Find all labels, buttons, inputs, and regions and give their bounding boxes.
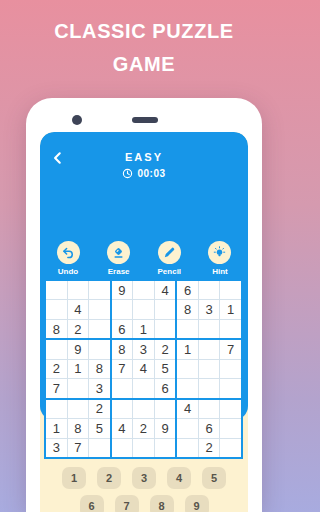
cell-r9c9[interactable]	[220, 439, 241, 457]
cell-r5c5[interactable]: 4	[133, 360, 154, 378]
cell-r8c9[interactable]	[220, 419, 241, 437]
block-2: 9461	[112, 281, 176, 338]
block-4: 921873	[46, 340, 110, 397]
undo-button[interactable]: Undo	[46, 241, 90, 276]
cell-r7c1[interactable]	[46, 400, 67, 418]
cell-r3c9[interactable]	[220, 320, 241, 338]
cell-r6c6[interactable]: 6	[155, 379, 176, 397]
speaker-bar	[132, 117, 158, 123]
cell-r5c6[interactable]: 5	[155, 360, 176, 378]
block-9: 462	[177, 400, 241, 457]
hint-button[interactable]: Hint	[198, 241, 242, 276]
cell-r2c4[interactable]	[112, 300, 133, 318]
cell-r4c1[interactable]	[46, 340, 67, 358]
cell-r4c2[interactable]: 9	[68, 340, 89, 358]
camera-icon	[72, 115, 82, 125]
numpad-button-1[interactable]: 1	[62, 467, 86, 489]
timer: 00:03	[40, 168, 248, 179]
cell-r8c7[interactable]	[177, 419, 198, 437]
cell-r2c9[interactable]: 1	[220, 300, 241, 318]
cell-r7c4[interactable]	[112, 400, 133, 418]
cell-r9c6[interactable]	[155, 439, 176, 457]
block-6: 17	[177, 340, 241, 397]
cell-r5c1[interactable]: 2	[46, 360, 67, 378]
erase-label: Erase	[108, 267, 130, 276]
cell-r9c2[interactable]: 7	[68, 439, 89, 457]
block-8: 429	[112, 400, 176, 457]
pencil-icon	[158, 241, 181, 264]
cell-r6c5[interactable]	[133, 379, 154, 397]
cell-r8c1[interactable]: 1	[46, 419, 67, 437]
cell-r3c3[interactable]	[89, 320, 110, 338]
cell-r4c9[interactable]: 7	[220, 340, 241, 358]
cell-r4c8[interactable]	[199, 340, 220, 358]
numpad-button-7[interactable]: 7	[115, 495, 139, 512]
cell-r1c3[interactable]	[89, 281, 110, 299]
cell-r9c7[interactable]	[177, 439, 198, 457]
numpad-button-5[interactable]: 5	[202, 467, 226, 489]
block-7: 218537	[46, 400, 110, 457]
cell-r3c2[interactable]: 2	[68, 320, 89, 338]
timer-value: 00:03	[137, 168, 165, 179]
cell-r3c4[interactable]: 6	[112, 320, 133, 338]
cell-r6c3[interactable]: 3	[89, 379, 110, 397]
sudoku-board: 48294616831921873832745617218537429462	[44, 279, 243, 459]
cell-r5c8[interactable]	[199, 360, 220, 378]
cell-r1c5[interactable]	[133, 281, 154, 299]
block-1: 482	[46, 281, 110, 338]
cell-r1c7[interactable]: 6	[177, 281, 198, 299]
numpad-button-4[interactable]: 4	[167, 467, 191, 489]
cell-r6c8[interactable]	[199, 379, 220, 397]
cell-r3c5[interactable]: 1	[133, 320, 154, 338]
cell-r6c2[interactable]	[68, 379, 89, 397]
cell-r1c2[interactable]	[68, 281, 89, 299]
cell-r7c8[interactable]	[199, 400, 220, 418]
cell-r2c3[interactable]	[89, 300, 110, 318]
cell-r1c1[interactable]	[46, 281, 67, 299]
cell-r8c6[interactable]: 9	[155, 419, 176, 437]
block-3: 6831	[177, 281, 241, 338]
cell-r3c7[interactable]	[177, 320, 198, 338]
cell-r3c6[interactable]	[155, 320, 176, 338]
numpad-row2: 6789	[40, 495, 248, 512]
cell-r8c3[interactable]: 5	[89, 419, 110, 437]
cell-r2c2[interactable]: 4	[68, 300, 89, 318]
cell-r7c5[interactable]	[133, 400, 154, 418]
cell-r4c4[interactable]: 8	[112, 340, 133, 358]
cell-r4c5[interactable]: 3	[133, 340, 154, 358]
cell-r3c8[interactable]	[199, 320, 220, 338]
phone-mockup: EASY 00:03 Undo Erase	[26, 98, 262, 512]
erase-button[interactable]: Erase	[97, 241, 141, 276]
clock-icon	[122, 168, 133, 179]
cell-r5c3[interactable]: 8	[89, 360, 110, 378]
lightbulb-icon	[208, 241, 231, 264]
cell-r5c7[interactable]	[177, 360, 198, 378]
undo-icon	[57, 241, 80, 264]
cell-r2c7[interactable]: 8	[177, 300, 198, 318]
cell-r6c1[interactable]: 7	[46, 379, 67, 397]
numpad-button-8[interactable]: 8	[150, 495, 174, 512]
cell-r1c4[interactable]: 9	[112, 281, 133, 299]
pencil-button[interactable]: Pencil	[147, 241, 191, 276]
cell-r7c7[interactable]: 4	[177, 400, 198, 418]
cell-r8c2[interactable]: 8	[68, 419, 89, 437]
cell-r2c6[interactable]	[155, 300, 176, 318]
game-screen: EASY 00:03 Undo Erase	[40, 132, 248, 512]
hint-label: Hint	[212, 267, 228, 276]
difficulty-label: EASY	[40, 151, 248, 163]
cell-r3c1[interactable]: 8	[46, 320, 67, 338]
numpad-button-3[interactable]: 3	[132, 467, 156, 489]
cell-r2c1[interactable]	[46, 300, 67, 318]
pencil-label: Pencil	[158, 267, 182, 276]
cell-r9c4[interactable]	[112, 439, 133, 457]
cell-r8c5[interactable]: 2	[133, 419, 154, 437]
cell-r5c2[interactable]: 1	[68, 360, 89, 378]
numpad-button-6[interactable]: 6	[80, 495, 104, 512]
cell-r9c8[interactable]: 2	[199, 439, 220, 457]
cell-r4c6[interactable]: 2	[155, 340, 176, 358]
cell-r7c3[interactable]: 2	[89, 400, 110, 418]
cell-r5c9[interactable]	[220, 360, 241, 378]
cell-r9c1[interactable]: 3	[46, 439, 67, 457]
page-title: CLASSIC PUZZLE GAME	[44, 15, 244, 81]
numpad-button-9[interactable]: 9	[185, 495, 209, 512]
cell-r7c6[interactable]	[155, 400, 176, 418]
cell-r2c5[interactable]	[133, 300, 154, 318]
cell-r6c4[interactable]	[112, 379, 133, 397]
cell-r2c8[interactable]: 3	[199, 300, 220, 318]
cell-r6c7[interactable]	[177, 379, 198, 397]
cell-r5c4[interactable]: 7	[112, 360, 133, 378]
cell-r8c4[interactable]: 4	[112, 419, 133, 437]
cell-r1c9[interactable]	[220, 281, 241, 299]
cell-r9c5[interactable]	[133, 439, 154, 457]
toolbar: Undo Erase Pencil Hint	[46, 241, 242, 276]
numpad-button-2[interactable]: 2	[97, 467, 121, 489]
eraser-icon	[107, 241, 130, 264]
undo-label: Undo	[58, 267, 78, 276]
cell-r6c9[interactable]	[220, 379, 241, 397]
cell-r1c8[interactable]	[199, 281, 220, 299]
cell-r4c3[interactable]	[89, 340, 110, 358]
block-5: 8327456	[112, 340, 176, 397]
cell-r1c6[interactable]: 4	[155, 281, 176, 299]
numpad-row1: 12345	[40, 467, 248, 489]
cell-r8c8[interactable]: 6	[199, 419, 220, 437]
cell-r7c9[interactable]	[220, 400, 241, 418]
cell-r4c7[interactable]: 1	[177, 340, 198, 358]
cell-r7c2[interactable]	[68, 400, 89, 418]
cell-r9c3[interactable]	[89, 439, 110, 457]
